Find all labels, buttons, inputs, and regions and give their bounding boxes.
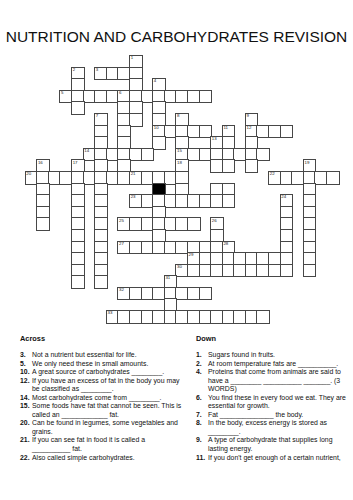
crossword-cell[interactable] (257, 126, 269, 138)
clue-number-label: 31 (165, 276, 170, 281)
grid-spacer (200, 299, 212, 311)
crossword-cell[interactable] (130, 114, 142, 126)
grid-spacer (107, 114, 119, 126)
grid-spacer (327, 253, 339, 265)
clue-number-label: 25 (119, 219, 124, 224)
grid-spacer (142, 126, 154, 138)
grid-spacer (292, 137, 304, 149)
crossword-cell[interactable] (95, 149, 107, 161)
crossword-cell[interactable] (153, 207, 165, 219)
crossword-cell[interactable] (153, 172, 165, 184)
crossword-cell[interactable] (153, 288, 165, 300)
crossword-cell[interactable] (153, 242, 165, 254)
crossword-cell[interactable] (281, 207, 293, 219)
crossword-cell[interactable] (72, 253, 84, 265)
crossword-cell[interactable] (211, 184, 223, 196)
crossword-cell[interactable] (188, 288, 200, 300)
grid-spacer (234, 195, 246, 207)
crossword-cell[interactable] (72, 207, 84, 219)
crossword-cell[interactable] (269, 265, 281, 277)
clue-number-label: 6 (119, 91, 121, 96)
crossword-cell[interactable] (142, 149, 154, 161)
crossword-cell[interactable] (281, 265, 293, 277)
crossword-cell[interactable] (95, 91, 107, 103)
crossword-cell[interactable] (269, 126, 281, 138)
crossword-cell[interactable]: 4 (153, 79, 165, 91)
grid-spacer (84, 126, 96, 138)
crossword-cell[interactable] (142, 311, 154, 323)
crossword-cell[interactable] (257, 149, 269, 161)
crossword-cell[interactable] (118, 172, 130, 184)
crossword-cell[interactable] (246, 311, 258, 323)
grid-spacer (37, 242, 49, 254)
grid-spacer (130, 276, 142, 288)
crossword-cell[interactable]: 30 (176, 265, 188, 277)
crossword-cell[interactable] (60, 172, 72, 184)
grid-spacer (292, 276, 304, 288)
grid-spacer (130, 230, 142, 242)
grid-spacer (72, 299, 84, 311)
crossword-cell[interactable] (200, 91, 212, 103)
clue-text: Sugars found in fruits. (208, 351, 348, 360)
grid-spacer (234, 56, 246, 68)
crossword-cell[interactable] (130, 149, 142, 161)
crossword-cell[interactable] (211, 311, 223, 323)
clue-text: Most carbohydrates come from ________. (32, 394, 182, 403)
grid-spacer (107, 137, 119, 149)
clue-number-label: 19 (305, 161, 310, 166)
grid-spacer (246, 79, 258, 91)
crossword-cell[interactable] (72, 79, 84, 91)
crossword-cell[interactable]: 10 (153, 126, 165, 138)
crossword-cell[interactable] (211, 160, 223, 172)
crossword-cell[interactable] (211, 195, 223, 207)
crossword-cell[interactable] (142, 218, 154, 230)
crossword-cell[interactable]: 20 (26, 172, 38, 184)
crossword-cell[interactable] (37, 218, 49, 230)
crossword-cell[interactable] (223, 184, 235, 196)
crossword-cell[interactable] (118, 137, 130, 149)
crossword-cell[interactable]: 12 (246, 126, 258, 138)
crossword-cell[interactable] (165, 299, 177, 311)
crossword-cell[interactable] (246, 137, 258, 149)
grid-spacer (14, 299, 26, 311)
grid-spacer (188, 137, 200, 149)
crossword-cell[interactable]: 5 (60, 91, 72, 103)
crossword-cell[interactable] (95, 276, 107, 288)
crossword-cell[interactable] (72, 91, 84, 103)
grid-spacer (200, 230, 212, 242)
crossword-cell[interactable] (211, 149, 223, 161)
crossword-cell[interactable] (165, 218, 177, 230)
crossword-cell[interactable]: 25 (118, 218, 130, 230)
crossword-cell[interactable] (165, 91, 177, 103)
grid-spacer (107, 288, 119, 300)
crossword-cell[interactable]: 33 (107, 311, 119, 323)
crossword-cell[interactable] (176, 195, 188, 207)
crossword-cell[interactable] (200, 311, 212, 323)
crossword-cell[interactable] (304, 230, 316, 242)
grid-spacer (188, 172, 200, 184)
crossword-cell[interactable]: 9 (246, 114, 258, 126)
crossword-cell[interactable] (37, 184, 49, 196)
crossword-cell[interactable] (153, 102, 165, 114)
crossword-cell[interactable] (281, 230, 293, 242)
crossword-cell[interactable] (165, 242, 177, 254)
crossword-cell[interactable] (118, 102, 130, 114)
crossword-cell[interactable] (153, 114, 165, 126)
grid-spacer (292, 102, 304, 114)
crossword-cell[interactable] (223, 253, 235, 265)
crossword-cell[interactable] (153, 137, 165, 149)
crossword-cell[interactable] (269, 253, 281, 265)
grid-spacer (269, 195, 281, 207)
crossword-cell[interactable] (200, 126, 212, 138)
grid-spacer (165, 68, 177, 80)
grid-spacer (327, 242, 339, 254)
grid-spacer (292, 311, 304, 323)
crossword-cell[interactable]: 14 (84, 149, 96, 161)
crossword-cell[interactable] (234, 149, 246, 161)
grid-spacer (37, 288, 49, 300)
crossword-cell[interactable] (95, 160, 107, 172)
crossword-cell[interactable] (304, 184, 316, 196)
crossword-cell[interactable] (304, 218, 316, 230)
crossword-cell[interactable] (118, 160, 130, 172)
grid-spacer (281, 102, 293, 114)
grid-spacer (84, 184, 96, 196)
crossword-cell[interactable] (118, 149, 130, 161)
grid-spacer (60, 114, 72, 126)
crossword-cell[interactable] (165, 288, 177, 300)
crossword-cell[interactable] (304, 242, 316, 254)
crossword-cell[interactable] (200, 242, 212, 254)
grid-spacer (188, 68, 200, 80)
grid-spacer (60, 195, 72, 207)
crossword-cell[interactable] (304, 195, 316, 207)
crossword-cell[interactable] (37, 195, 49, 207)
crossword-cell[interactable] (95, 242, 107, 254)
crossword-cell[interactable] (281, 253, 293, 265)
crossword-cell[interactable]: 11 (223, 126, 235, 138)
crossword-cell[interactable] (188, 265, 200, 277)
grid-spacer (257, 207, 269, 219)
clue-number-label: 12 (247, 126, 252, 131)
crossword-cell[interactable] (72, 218, 84, 230)
crossword-cell[interactable] (142, 242, 154, 254)
across-clue: 21.If you can see fat in food it is call… (20, 436, 182, 453)
crossword-cell[interactable] (142, 195, 154, 207)
grid-spacer (176, 79, 188, 91)
grid-spacer (26, 114, 38, 126)
clue-number-label: 2 (73, 68, 75, 73)
crossword-cell[interactable] (118, 114, 130, 126)
crossword-cell[interactable] (37, 207, 49, 219)
crossword-cell[interactable] (234, 265, 246, 277)
grid-spacer (14, 102, 26, 114)
crossword-cell[interactable] (176, 126, 188, 138)
grid-spacer (304, 68, 316, 80)
crossword-cell[interactable]: 27 (118, 242, 130, 254)
crossword-cell[interactable] (118, 68, 130, 80)
crossword-cell[interactable]: 29 (188, 253, 200, 265)
crossword-cell[interactable]: 6 (118, 91, 130, 103)
crossword-cell[interactable] (176, 288, 188, 300)
grid-spacer (188, 160, 200, 172)
crossword-cell[interactable] (118, 311, 130, 323)
crossword-cell[interactable] (281, 126, 293, 138)
crossword-cell[interactable]: 8 (176, 114, 188, 126)
grid-spacer (165, 102, 177, 114)
crossword-cell[interactable]: 7 (95, 114, 107, 126)
page-title: NUTRITION AND CARBOHYDRATES REVISION (0, 28, 353, 46)
crossword-cell[interactable] (211, 242, 223, 254)
grid-spacer (257, 56, 269, 68)
crossword-cell[interactable] (130, 68, 142, 80)
grid-spacer (176, 68, 188, 80)
crossword-cell[interactable] (72, 195, 84, 207)
crossword-cell[interactable] (95, 126, 107, 138)
crossword-cell[interactable]: 13 (211, 137, 223, 149)
grid-spacer (292, 184, 304, 196)
crossword-cell[interactable] (72, 276, 84, 288)
crossword-cell[interactable] (130, 218, 142, 230)
crossword-cell[interactable]: 32 (118, 288, 130, 300)
grid-spacer (200, 184, 212, 196)
crossword-cell[interactable] (188, 311, 200, 323)
crossword-cell[interactable] (95, 218, 107, 230)
crossword-cell[interactable] (95, 230, 107, 242)
crossword-cell[interactable]: 18 (176, 160, 188, 172)
crossword-cell[interactable] (223, 311, 235, 323)
crossword-cell[interactable]: 28 (223, 242, 235, 254)
crossword-cell[interactable]: 17 (72, 160, 84, 172)
crossword-cell[interactable] (142, 288, 154, 300)
grid-spacer (107, 207, 119, 219)
crossword-cell[interactable]: 22 (269, 172, 281, 184)
crossword-cell[interactable] (84, 91, 96, 103)
crossword-cell[interactable] (118, 126, 130, 138)
crossword-cell[interactable] (246, 160, 258, 172)
grid-spacer (142, 56, 154, 68)
crossword-cell[interactable] (176, 184, 188, 196)
crossword-cell[interactable] (107, 149, 119, 161)
grid-spacer (153, 253, 165, 265)
crossword-cell[interactable] (130, 79, 142, 91)
crossword-cell[interactable] (95, 265, 107, 277)
crossword-cell[interactable] (211, 253, 223, 265)
crossword-cell[interactable]: 19 (304, 160, 316, 172)
crossword-cell[interactable] (223, 160, 235, 172)
crossword-cell[interactable] (165, 311, 177, 323)
crossword-cell[interactable] (72, 172, 84, 184)
crossword-cell[interactable] (223, 137, 235, 149)
crossword-cell[interactable] (292, 172, 304, 184)
crossword-cell[interactable]: 15 (176, 149, 188, 161)
grid-spacer (327, 68, 339, 80)
crossword-cell[interactable] (153, 218, 165, 230)
crossword-cell[interactable] (95, 195, 107, 207)
grid-spacer (269, 56, 281, 68)
crossword-cell[interactable] (223, 265, 235, 277)
grid-spacer (153, 276, 165, 288)
crossword-cell[interactable] (234, 253, 246, 265)
grid-spacer (188, 56, 200, 68)
crossword-cell[interactable] (37, 172, 49, 184)
crossword-cell[interactable] (130, 288, 142, 300)
crossword-cell[interactable] (315, 172, 327, 184)
crossword-cell[interactable] (72, 102, 84, 114)
crossword-cell[interactable] (153, 311, 165, 323)
grid-spacer (142, 137, 154, 149)
clue-text: Proteins that come from animals are said… (208, 368, 348, 394)
crossword-cell[interactable] (188, 126, 200, 138)
grid-spacer (269, 114, 281, 126)
crossword-cell[interactable]: 26 (211, 218, 223, 230)
clue-number-label: 24 (281, 195, 286, 200)
crossword-cell[interactable] (188, 91, 200, 103)
crossword-cell[interactable]: 31 (165, 276, 177, 288)
crossword-cell[interactable] (281, 242, 293, 254)
crossword-cell[interactable] (200, 149, 212, 161)
crossword-cell[interactable] (281, 218, 293, 230)
grid-spacer (188, 299, 200, 311)
crossword-cell[interactable] (200, 253, 212, 265)
crossword-cell[interactable] (130, 242, 142, 254)
grid-spacer (327, 160, 339, 172)
crossword-cell[interactable]: 3 (95, 68, 107, 80)
crossword-cell[interactable] (176, 242, 188, 254)
crossword-cell[interactable] (153, 195, 165, 207)
crossword-cell[interactable] (72, 265, 84, 277)
grid-spacer (49, 184, 61, 196)
crossword-cell[interactable] (72, 242, 84, 254)
crossword-cell[interactable] (95, 172, 107, 184)
crossword-cell[interactable] (107, 91, 119, 103)
crossword-cell[interactable] (176, 218, 188, 230)
crossword-cell[interactable] (176, 137, 188, 149)
clue-number: 20. (20, 419, 32, 436)
crossword-cell[interactable] (304, 253, 316, 265)
crossword-cell[interactable] (188, 195, 200, 207)
crossword-cell[interactable] (95, 207, 107, 219)
clue-number-label: 22 (270, 172, 275, 177)
grid-spacer (211, 56, 223, 68)
crossword-cell[interactable] (95, 253, 107, 265)
crossword-cell[interactable]: 21 (130, 172, 142, 184)
grid-spacer (84, 276, 96, 288)
grid-spacer (188, 79, 200, 91)
grid-spacer (257, 184, 269, 196)
down-heading: Down (196, 334, 348, 343)
crossword-cell[interactable] (281, 172, 293, 184)
clue-number: 12. (20, 377, 32, 394)
grid-spacer (176, 253, 188, 265)
crossword-cell[interactable] (246, 265, 258, 277)
grid-spacer (37, 102, 49, 114)
grid-spacer (327, 207, 339, 219)
grid-spacer (26, 288, 38, 300)
crossword-cell[interactable] (304, 207, 316, 219)
crossword-cell[interactable] (211, 265, 223, 277)
crossword-cell[interactable] (246, 253, 258, 265)
crossword-cell[interactable] (142, 172, 154, 184)
grid-spacer (37, 253, 49, 265)
crossword-cell[interactable] (200, 195, 212, 207)
crossword-cell[interactable]: 2 (72, 68, 84, 80)
crossword-cell[interactable] (165, 172, 177, 184)
grid-spacer (304, 299, 316, 311)
crossword-cell[interactable] (153, 230, 165, 242)
crossword-cell[interactable]: 1 (130, 56, 142, 68)
clue-number-label: 26 (212, 219, 217, 224)
crossword-cell[interactable] (257, 253, 269, 265)
crossword-cell[interactable]: 23 (130, 195, 142, 207)
grid-spacer (130, 299, 142, 311)
crossword-cell[interactable] (176, 311, 188, 323)
grid-spacer (327, 288, 339, 300)
crossword-cell[interactable] (200, 265, 212, 277)
crossword-cell[interactable] (72, 230, 84, 242)
clue-number: 5. (20, 360, 32, 369)
crossword-cell[interactable] (176, 91, 188, 103)
grid-spacer (14, 195, 26, 207)
grid-spacer (200, 102, 212, 114)
crossword-cell[interactable] (95, 137, 107, 149)
crossword-cell[interactable] (176, 172, 188, 184)
grid-spacer (327, 149, 339, 161)
crossword-cell[interactable]: 16 (37, 160, 49, 172)
crossword-cell[interactable] (304, 172, 316, 184)
crossword-cell[interactable] (84, 172, 96, 184)
crossword-cell[interactable] (107, 68, 119, 80)
crossword-cell[interactable] (304, 265, 316, 277)
crossword-cell[interactable] (234, 311, 246, 323)
crossword-cell[interactable] (257, 311, 269, 323)
crossword-cell[interactable] (107, 172, 119, 184)
grid-spacer (37, 299, 49, 311)
crossword-cell[interactable] (130, 91, 142, 103)
grid-spacer (118, 184, 130, 196)
crossword-cell[interactable] (200, 288, 212, 300)
crossword-cell[interactable] (246, 149, 258, 161)
grid-spacer (95, 79, 107, 91)
crossword-cell[interactable] (153, 91, 165, 103)
crossword-cell[interactable]: 24 (281, 195, 293, 207)
crossword-cell[interactable] (165, 195, 177, 207)
crossword-cell[interactable] (223, 195, 235, 207)
grid-spacer (142, 207, 154, 219)
grid-spacer (234, 184, 246, 196)
grid-spacer (130, 207, 142, 219)
crossword-cell[interactable] (223, 149, 235, 161)
crossword-cell[interactable] (49, 172, 61, 184)
grid-spacer (223, 56, 235, 68)
crossword-cell[interactable] (257, 265, 269, 277)
crossword-cell[interactable] (188, 149, 200, 161)
crossword-cell[interactable] (72, 184, 84, 196)
crossword-cell[interactable] (95, 184, 107, 196)
crossword-cell[interactable] (142, 91, 154, 103)
crossword-cell[interactable] (188, 218, 200, 230)
clue-number-label: 13 (212, 137, 217, 142)
crossword-cell[interactable] (165, 126, 177, 138)
crossword-cell[interactable] (211, 230, 223, 242)
crossword-cell[interactable] (130, 102, 142, 114)
crossword-cell[interactable] (327, 172, 339, 184)
crossword-cell[interactable] (130, 311, 142, 323)
grid-spacer (269, 311, 281, 323)
